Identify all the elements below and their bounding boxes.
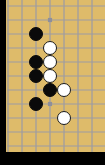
white-stone[interactable] <box>58 112 71 125</box>
black-stone[interactable] <box>30 28 43 41</box>
white-stone[interactable] <box>58 84 71 97</box>
black-stone[interactable] <box>30 56 43 69</box>
star-point <box>48 18 52 22</box>
black-stone[interactable] <box>30 70 43 83</box>
white-stone[interactable] <box>44 56 57 69</box>
star-point <box>48 102 52 106</box>
go-board[interactable] <box>0 0 105 165</box>
black-stone[interactable] <box>30 98 43 111</box>
white-stone[interactable] <box>44 42 57 55</box>
go-problem-screenshot <box>0 0 105 165</box>
black-stone[interactable] <box>44 84 57 97</box>
white-stone[interactable] <box>44 70 57 83</box>
